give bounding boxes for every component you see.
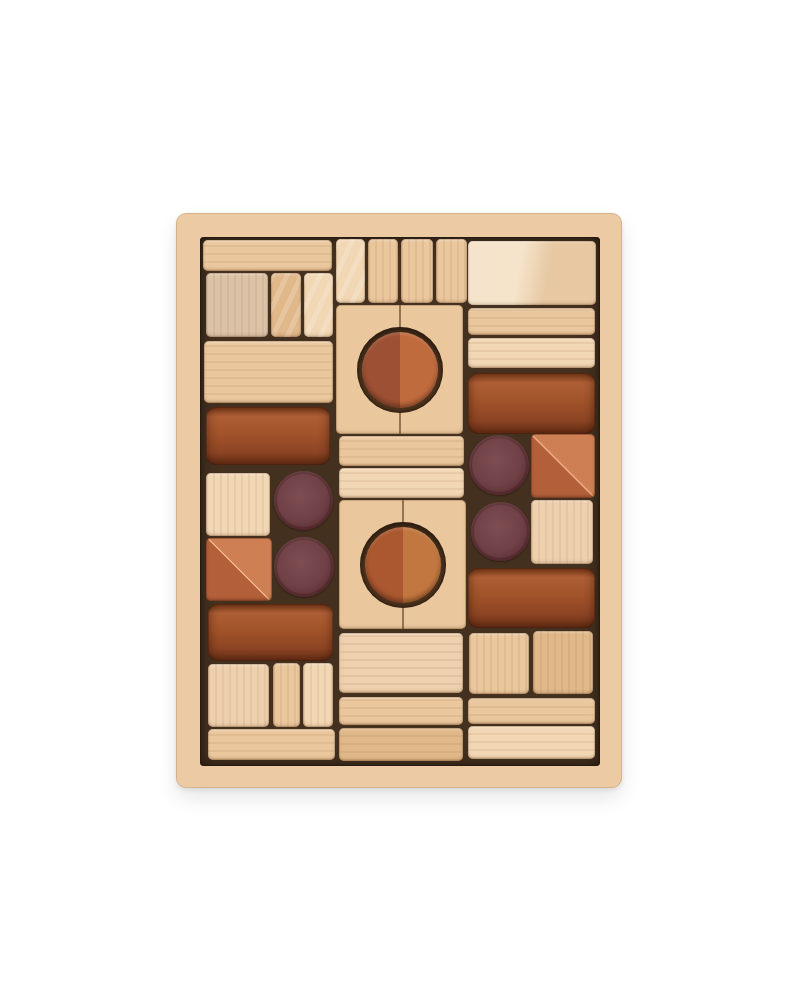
cylinder-long[interactable]	[468, 373, 595, 434]
rect-long-thin[interactable]	[468, 338, 595, 368]
square-large[interactable]	[531, 500, 593, 564]
disc-maroon[interactable]	[274, 471, 333, 530]
rect-narrow-upright[interactable]	[401, 239, 433, 303]
rect-long-thin[interactable]	[339, 728, 463, 761]
rect-narrow-upright[interactable]	[271, 273, 301, 337]
rect-narrow-upright[interactable]	[303, 663, 333, 727]
tray-floor	[200, 237, 600, 766]
circle-cutout	[360, 522, 446, 608]
rect-long-thick[interactable]	[339, 633, 463, 693]
half-disc-pair[interactable]	[362, 332, 438, 408]
rect-narrow-upright[interactable]	[273, 663, 300, 727]
square-large[interactable]	[206, 273, 268, 337]
rect-narrow-upright[interactable]	[336, 239, 365, 303]
rect-narrow-upright[interactable]	[304, 273, 333, 337]
square-large[interactable]	[208, 664, 269, 727]
rect-narrow-upright[interactable]	[368, 239, 398, 303]
rect-long-thin[interactable]	[208, 729, 335, 760]
rect-long-thin[interactable]	[203, 240, 332, 271]
circle-arch-unit[interactable]	[336, 305, 463, 434]
cylinder-long[interactable]	[208, 604, 333, 661]
circle-arch-unit[interactable]	[339, 500, 466, 629]
disc-maroon[interactable]	[274, 537, 334, 597]
wooden-tray	[176, 213, 622, 788]
triangle-pair-square[interactable]	[531, 434, 595, 498]
cylinder-long[interactable]	[206, 407, 330, 465]
cylinder-long[interactable]	[468, 568, 595, 628]
rect-long-thin[interactable]	[339, 697, 463, 725]
circle-cutout	[357, 327, 443, 413]
square-large[interactable]	[533, 631, 593, 694]
rect-long-thin[interactable]	[468, 308, 595, 335]
rect-long-thin[interactable]	[339, 468, 464, 498]
disc-maroon[interactable]	[469, 435, 529, 495]
rect-long-thick[interactable]	[204, 341, 333, 403]
disc-maroon[interactable]	[471, 502, 530, 561]
product-photo	[0, 0, 800, 1000]
rect-long-thin[interactable]	[468, 698, 595, 724]
rect-wide-large[interactable]	[468, 241, 596, 305]
half-disc-pair[interactable]	[365, 527, 441, 603]
triangle-pair-square[interactable]	[206, 538, 272, 601]
rect-long-thin[interactable]	[468, 726, 595, 759]
square-large[interactable]	[206, 473, 270, 536]
square-large[interactable]	[469, 633, 529, 694]
rect-long-thin[interactable]	[339, 436, 464, 466]
rect-narrow-upright[interactable]	[436, 239, 467, 303]
